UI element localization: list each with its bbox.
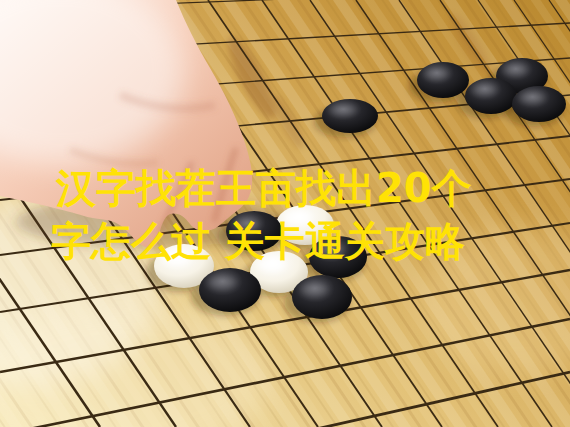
- black-stone: [292, 275, 352, 319]
- caption-line-1: 汉字找茬王亩找出20个: [56, 168, 472, 208]
- stone-highlight: [425, 68, 448, 79]
- go-photo-thumbnail: 汉字找茬王亩找出20个 字怎么过 关卡通关攻略: [0, 0, 570, 427]
- go-board-photo: [0, 0, 570, 427]
- black-stone: [322, 99, 378, 133]
- stone-highlight: [330, 105, 355, 115]
- stone-highlight: [504, 64, 527, 75]
- black-stone: [417, 62, 469, 98]
- stone-highlight: [473, 84, 496, 95]
- black-stone: [199, 268, 261, 312]
- stone-highlight: [208, 276, 236, 289]
- stone-highlight: [520, 92, 544, 103]
- black-stone: [465, 78, 517, 114]
- caption-line-2: 字怎么过 关卡通关攻略: [51, 221, 465, 261]
- black-stone: [512, 86, 566, 122]
- stone-highlight: [301, 283, 328, 296]
